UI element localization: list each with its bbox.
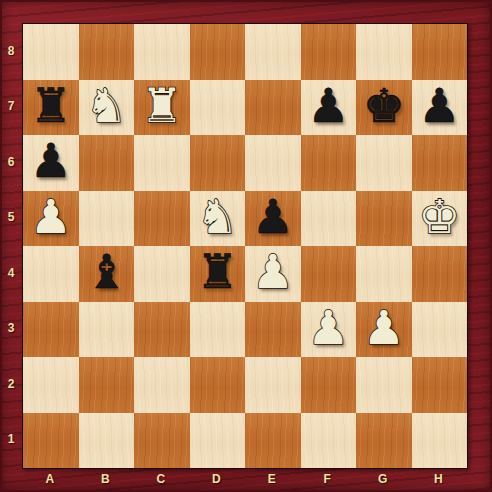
square-e8[interactable]: [245, 24, 301, 80]
white-pawn-piece[interactable]: ♟: [307, 304, 349, 351]
square-h5[interactable]: ♚: [412, 191, 468, 247]
white-knight-piece[interactable]: ♞: [196, 193, 238, 240]
square-d3[interactable]: [190, 302, 246, 358]
rank-label-8: 8: [0, 23, 22, 79]
square-f3[interactable]: ♟: [301, 302, 357, 358]
black-pawn-piece[interactable]: ♟: [418, 82, 460, 129]
rank-label-3: 3: [0, 301, 22, 357]
file-label-b: B: [78, 466, 134, 492]
rank-label-6: 6: [0, 134, 22, 190]
square-a5[interactable]: ♟: [23, 191, 79, 247]
black-bishop-piece[interactable]: ♝: [85, 248, 127, 295]
file-label-g: G: [355, 466, 411, 492]
square-c8[interactable]: [134, 24, 190, 80]
square-a1[interactable]: [23, 413, 79, 469]
square-e1[interactable]: [245, 413, 301, 469]
square-c1[interactable]: [134, 413, 190, 469]
square-b2[interactable]: [79, 357, 135, 413]
square-g7[interactable]: ♚: [356, 80, 412, 136]
square-e6[interactable]: [245, 135, 301, 191]
square-f6[interactable]: [301, 135, 357, 191]
square-g8[interactable]: [356, 24, 412, 80]
square-d7[interactable]: [190, 80, 246, 136]
square-g2[interactable]: [356, 357, 412, 413]
square-b8[interactable]: [79, 24, 135, 80]
file-label-e: E: [244, 466, 300, 492]
square-c4[interactable]: [134, 246, 190, 302]
square-a4[interactable]: [23, 246, 79, 302]
square-a3[interactable]: [23, 302, 79, 358]
white-pawn-piece[interactable]: ♟: [363, 304, 405, 351]
black-rook-piece[interactable]: ♜: [30, 82, 72, 129]
square-e2[interactable]: [245, 357, 301, 413]
square-b7[interactable]: ♞: [79, 80, 135, 136]
rank-labels: 87654321: [0, 23, 22, 467]
rank-label-1: 1: [0, 412, 22, 468]
file-label-c: C: [133, 466, 189, 492]
square-d2[interactable]: [190, 357, 246, 413]
square-e7[interactable]: [245, 80, 301, 136]
square-a7[interactable]: ♜: [23, 80, 79, 136]
square-e4[interactable]: ♟: [245, 246, 301, 302]
chess-board-frame: 87654321 ABCDEFGH ♜♞♜♟♚♟♟♟♞♟♚♝♜♟♟♟: [0, 0, 492, 492]
square-d6[interactable]: [190, 135, 246, 191]
white-pawn-piece[interactable]: ♟: [30, 193, 72, 240]
square-e5[interactable]: ♟: [245, 191, 301, 247]
square-c2[interactable]: [134, 357, 190, 413]
file-label-d: D: [189, 466, 245, 492]
black-pawn-piece[interactable]: ♟: [307, 82, 349, 129]
square-c3[interactable]: [134, 302, 190, 358]
file-label-h: H: [411, 466, 467, 492]
white-knight-piece[interactable]: ♞: [85, 82, 127, 129]
chess-board: ♜♞♜♟♚♟♟♟♞♟♚♝♜♟♟♟: [22, 23, 468, 469]
square-e3[interactable]: [245, 302, 301, 358]
square-f2[interactable]: [301, 357, 357, 413]
rank-label-2: 2: [0, 356, 22, 412]
square-h6[interactable]: [412, 135, 468, 191]
square-h8[interactable]: [412, 24, 468, 80]
square-f5[interactable]: [301, 191, 357, 247]
square-g3[interactable]: ♟: [356, 302, 412, 358]
square-b3[interactable]: [79, 302, 135, 358]
black-king-piece[interactable]: ♚: [363, 82, 405, 129]
white-pawn-piece[interactable]: ♟: [252, 248, 294, 295]
file-label-a: A: [22, 466, 78, 492]
rank-label-7: 7: [0, 79, 22, 135]
square-c5[interactable]: [134, 191, 190, 247]
square-g4[interactable]: [356, 246, 412, 302]
square-h1[interactable]: [412, 413, 468, 469]
file-label-f: F: [300, 466, 356, 492]
square-f1[interactable]: [301, 413, 357, 469]
black-pawn-piece[interactable]: ♟: [30, 137, 72, 184]
square-a8[interactable]: [23, 24, 79, 80]
rank-label-5: 5: [0, 190, 22, 246]
square-d5[interactable]: ♞: [190, 191, 246, 247]
square-h4[interactable]: [412, 246, 468, 302]
square-b1[interactable]: [79, 413, 135, 469]
square-c7[interactable]: ♜: [134, 80, 190, 136]
white-king-piece[interactable]: ♚: [418, 193, 460, 240]
square-d1[interactable]: [190, 413, 246, 469]
square-g6[interactable]: [356, 135, 412, 191]
square-g1[interactable]: [356, 413, 412, 469]
black-rook-piece[interactable]: ♜: [196, 248, 238, 295]
square-g5[interactable]: [356, 191, 412, 247]
square-h2[interactable]: [412, 357, 468, 413]
square-d4[interactable]: ♜: [190, 246, 246, 302]
square-b5[interactable]: [79, 191, 135, 247]
square-b4[interactable]: ♝: [79, 246, 135, 302]
square-h3[interactable]: [412, 302, 468, 358]
square-a6[interactable]: ♟: [23, 135, 79, 191]
rank-label-4: 4: [0, 245, 22, 301]
square-f4[interactable]: [301, 246, 357, 302]
square-c6[interactable]: [134, 135, 190, 191]
square-d8[interactable]: [190, 24, 246, 80]
white-rook-piece[interactable]: ♜: [141, 82, 183, 129]
square-b6[interactable]: [79, 135, 135, 191]
black-pawn-piece[interactable]: ♟: [252, 193, 294, 240]
file-labels: ABCDEFGH: [22, 466, 466, 492]
square-f8[interactable]: [301, 24, 357, 80]
square-a2[interactable]: [23, 357, 79, 413]
square-f7[interactable]: ♟: [301, 80, 357, 136]
square-h7[interactable]: ♟: [412, 80, 468, 136]
